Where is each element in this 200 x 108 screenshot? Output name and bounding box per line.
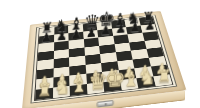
square-h3 xyxy=(148,56,166,67)
square-b1: ♞ xyxy=(53,86,70,98)
piece-black-rook: ♜ xyxy=(140,10,155,25)
square-d1: ♛ xyxy=(86,82,104,94)
chess-board: ♜♞♝♛♚♝♞♜♟♟♟♟♟♟♟♟♟♟♟♟♟♟♟♟♜♞♝♛♚♝♞♜ xyxy=(30,15,177,104)
piece-black-knight: ♞ xyxy=(54,17,69,34)
piece-black-bishop: ♝ xyxy=(68,15,83,33)
square-b4 xyxy=(53,57,69,68)
square-a1: ♜ xyxy=(35,88,53,101)
square-a5 xyxy=(38,51,54,61)
square-f1: ♝ xyxy=(120,78,139,90)
chess-set-photo: ♜♞♝♛♚♝♞♜♟♟♟♟♟♟♟♟♟♟♟♟♟♟♟♟♜♞♝♛♚♝♞♜ xyxy=(0,0,200,108)
chess-board-grid: ♜♞♝♛♚♝♞♜♟♟♟♟♟♟♟♟♟♟♟♟♟♟♟♟♜♞♝♛♚♝♞♜ xyxy=(34,16,173,101)
square-g3 xyxy=(133,58,151,69)
square-f5 xyxy=(114,42,131,52)
camera-tilt-wrapper: ♜♞♝♛♚♝♞♜♟♟♟♟♟♟♟♟♟♟♟♟♟♟♟♟♜♞♝♛♚♝♞♜ xyxy=(0,0,200,108)
perspective-scene: ♜♞♝♛♚♝♞♜♟♟♟♟♟♟♟♟♟♟♟♟♟♟♟♟♜♞♝♛♚♝♞♜ xyxy=(0,0,200,108)
square-c5 xyxy=(69,47,85,57)
wooden-chess-box: ♜♞♝♛♚♝♞♜♟♟♟♟♟♟♟♟♟♟♟♟♟♟♟♟♜♞♝♛♚♝♞♜ xyxy=(22,11,186,108)
clasp-icon xyxy=(97,100,114,108)
square-h1: ♜ xyxy=(153,74,172,86)
square-e5 xyxy=(99,44,115,54)
piece-black-rook: ♜ xyxy=(39,21,54,36)
square-h5 xyxy=(144,39,161,49)
square-d5 xyxy=(84,46,100,56)
piece-black-queen: ♛ xyxy=(83,12,98,32)
square-f4 xyxy=(115,51,132,61)
square-c1: ♝ xyxy=(70,84,87,96)
piece-black-king: ♚ xyxy=(97,9,112,30)
square-e1: ♚ xyxy=(103,80,121,92)
